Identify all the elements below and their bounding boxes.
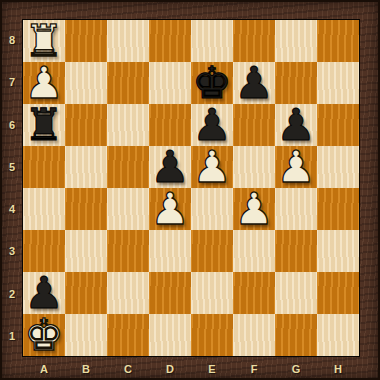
square-b6[interactable] bbox=[65, 104, 107, 146]
piece-white-pawn-a7[interactable]: ♟ bbox=[24, 62, 63, 104]
square-c8[interactable] bbox=[107, 20, 149, 62]
file-label-b: B bbox=[65, 358, 107, 380]
file-label-c: C bbox=[107, 358, 149, 380]
square-f4[interactable]: ♟ bbox=[233, 188, 275, 230]
square-f1[interactable] bbox=[233, 314, 275, 356]
square-h1[interactable] bbox=[317, 314, 359, 356]
square-d4[interactable]: ♟ bbox=[149, 188, 191, 230]
square-b1[interactable] bbox=[65, 314, 107, 356]
file-label-f: F bbox=[233, 358, 275, 380]
square-c5[interactable] bbox=[107, 146, 149, 188]
square-f6[interactable] bbox=[233, 104, 275, 146]
square-d8[interactable] bbox=[149, 20, 191, 62]
square-b7[interactable] bbox=[65, 62, 107, 104]
file-label-g: G bbox=[275, 358, 317, 380]
rank-label-4: 4 bbox=[2, 188, 22, 230]
rank-label-6: 6 bbox=[2, 104, 22, 146]
piece-black-pawn-g6[interactable]: ♟ bbox=[276, 104, 315, 146]
file-label-d: D bbox=[149, 358, 191, 380]
square-g6[interactable]: ♟ bbox=[275, 104, 317, 146]
rank-label-1: 1 bbox=[2, 315, 22, 357]
piece-black-pawn-a2[interactable]: ♟ bbox=[24, 272, 63, 314]
square-e3[interactable] bbox=[191, 230, 233, 272]
square-d2[interactable] bbox=[149, 272, 191, 314]
rank-labels: 87654321 bbox=[2, 19, 22, 357]
rank-label-8: 8 bbox=[2, 19, 22, 61]
square-a7[interactable]: ♟ bbox=[23, 62, 65, 104]
square-f3[interactable] bbox=[233, 230, 275, 272]
square-a3[interactable] bbox=[23, 230, 65, 272]
square-e7[interactable]: ♚ bbox=[191, 62, 233, 104]
file-label-e: E bbox=[191, 358, 233, 380]
square-b4[interactable] bbox=[65, 188, 107, 230]
square-h5[interactable] bbox=[317, 146, 359, 188]
square-d1[interactable] bbox=[149, 314, 191, 356]
square-d6[interactable] bbox=[149, 104, 191, 146]
rank-label-7: 7 bbox=[2, 61, 22, 103]
square-b2[interactable] bbox=[65, 272, 107, 314]
square-d7[interactable] bbox=[149, 62, 191, 104]
square-a8[interactable]: ♜ bbox=[23, 20, 65, 62]
square-h2[interactable] bbox=[317, 272, 359, 314]
file-label-a: A bbox=[23, 358, 65, 380]
square-a6[interactable]: ♜ bbox=[23, 104, 65, 146]
square-f7[interactable]: ♟ bbox=[233, 62, 275, 104]
square-c7[interactable] bbox=[107, 62, 149, 104]
square-b5[interactable] bbox=[65, 146, 107, 188]
piece-white-pawn-g5[interactable]: ♟ bbox=[276, 146, 315, 188]
square-a1[interactable]: ♚ bbox=[23, 314, 65, 356]
square-h6[interactable] bbox=[317, 104, 359, 146]
square-a4[interactable] bbox=[23, 188, 65, 230]
square-h8[interactable] bbox=[317, 20, 359, 62]
square-g4[interactable] bbox=[275, 188, 317, 230]
square-g3[interactable] bbox=[275, 230, 317, 272]
piece-black-king-e7[interactable]: ♚ bbox=[192, 62, 231, 104]
piece-black-pawn-f7[interactable]: ♟ bbox=[234, 62, 273, 104]
square-f5[interactable] bbox=[233, 146, 275, 188]
square-e5[interactable]: ♟ bbox=[191, 146, 233, 188]
square-b3[interactable] bbox=[65, 230, 107, 272]
square-g8[interactable] bbox=[275, 20, 317, 62]
square-g1[interactable] bbox=[275, 314, 317, 356]
square-e2[interactable] bbox=[191, 272, 233, 314]
piece-white-pawn-f4[interactable]: ♟ bbox=[234, 188, 273, 230]
square-a2[interactable]: ♟ bbox=[23, 272, 65, 314]
piece-black-rook-a6[interactable]: ♜ bbox=[24, 104, 63, 146]
piece-white-rook-a8[interactable]: ♜ bbox=[24, 20, 63, 62]
piece-black-pawn-e6[interactable]: ♟ bbox=[192, 104, 231, 146]
square-g7[interactable] bbox=[275, 62, 317, 104]
square-e1[interactable] bbox=[191, 314, 233, 356]
square-g5[interactable]: ♟ bbox=[275, 146, 317, 188]
square-b8[interactable] bbox=[65, 20, 107, 62]
square-f8[interactable] bbox=[233, 20, 275, 62]
square-h4[interactable] bbox=[317, 188, 359, 230]
square-d3[interactable] bbox=[149, 230, 191, 272]
rank-label-2: 2 bbox=[2, 273, 22, 315]
file-labels: ABCDEFGH bbox=[23, 358, 359, 380]
square-c2[interactable] bbox=[107, 272, 149, 314]
chess-board: ♜♟♚♟♜♟♟♟♟♟♟♟♟♚ bbox=[22, 19, 360, 357]
square-h7[interactable] bbox=[317, 62, 359, 104]
square-e4[interactable] bbox=[191, 188, 233, 230]
square-c6[interactable] bbox=[107, 104, 149, 146]
square-g2[interactable] bbox=[275, 272, 317, 314]
square-f2[interactable] bbox=[233, 272, 275, 314]
chess-board-frame: 87654321 ABCDEFGH ♜♟♚♟♜♟♟♟♟♟♟♟♟♚ bbox=[0, 0, 380, 380]
file-label-h: H bbox=[317, 358, 359, 380]
piece-white-king-a1[interactable]: ♚ bbox=[24, 314, 63, 356]
piece-black-pawn-d5[interactable]: ♟ bbox=[150, 146, 189, 188]
square-a5[interactable] bbox=[23, 146, 65, 188]
square-d5[interactable]: ♟ bbox=[149, 146, 191, 188]
square-e8[interactable] bbox=[191, 20, 233, 62]
square-c3[interactable] bbox=[107, 230, 149, 272]
square-e6[interactable]: ♟ bbox=[191, 104, 233, 146]
square-c4[interactable] bbox=[107, 188, 149, 230]
piece-white-pawn-d4[interactable]: ♟ bbox=[150, 188, 189, 230]
piece-white-pawn-e5[interactable]: ♟ bbox=[192, 146, 231, 188]
square-c1[interactable] bbox=[107, 314, 149, 356]
square-h3[interactable] bbox=[317, 230, 359, 272]
rank-label-5: 5 bbox=[2, 146, 22, 188]
rank-label-3: 3 bbox=[2, 230, 22, 272]
